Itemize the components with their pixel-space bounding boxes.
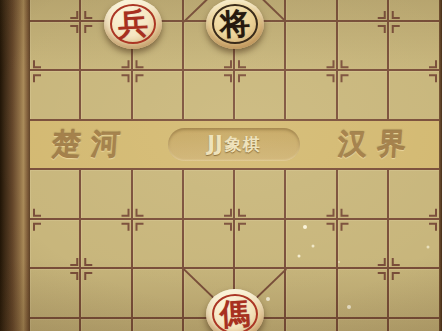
board-cell xyxy=(81,269,132,318)
board-cell xyxy=(286,319,337,331)
piece-red-horse[interactable]: 傌 xyxy=(206,289,264,331)
board-cell xyxy=(133,220,184,269)
board-cell xyxy=(235,71,286,120)
board-cell xyxy=(389,319,440,331)
xiangqi-board[interactable]: 楚河 JJ 象棋 汉界 兵将傌 xyxy=(0,0,442,331)
board-cell xyxy=(389,71,440,120)
board-cell xyxy=(30,220,81,269)
board-cell xyxy=(81,220,132,269)
piece-black-general[interactable]: 将 xyxy=(206,0,264,49)
piece-glyph: 将 xyxy=(205,0,266,50)
board-cell xyxy=(30,170,81,219)
board-cell xyxy=(30,269,81,318)
board-cell xyxy=(286,220,337,269)
board-cell xyxy=(81,319,132,331)
board-cell xyxy=(184,170,235,219)
app-logo-pill: JJ 象棋 xyxy=(168,128,300,161)
board-cell xyxy=(30,71,81,120)
board-cell xyxy=(286,22,337,71)
piece-red-soldier[interactable]: 兵 xyxy=(104,0,162,49)
board-cell xyxy=(338,170,389,219)
board-cell xyxy=(286,269,337,318)
board-cell xyxy=(30,22,81,71)
board-cell xyxy=(338,22,389,71)
board-cell xyxy=(338,269,389,318)
board-cell xyxy=(389,269,440,318)
river-label-chuhe: 楚河 xyxy=(51,130,131,159)
board-cell xyxy=(133,269,184,318)
logo-xiangqi-text: 象棋 xyxy=(225,136,261,153)
board-cell xyxy=(81,170,132,219)
board-cell xyxy=(286,170,337,219)
river-band: 楚河 JJ 象棋 汉界 xyxy=(30,121,440,168)
piece-glyph: 兵 xyxy=(102,0,163,50)
board-cell xyxy=(338,0,389,22)
board-cell xyxy=(389,170,440,219)
board-cell xyxy=(30,319,81,331)
board-cell xyxy=(338,71,389,120)
river-label-hanjie: 汉界 xyxy=(337,130,417,159)
board-cell xyxy=(133,170,184,219)
board-cell xyxy=(133,319,184,331)
board-cell xyxy=(184,220,235,269)
board-cell xyxy=(286,0,337,22)
board-cell xyxy=(133,71,184,120)
logo-jj-text: JJ xyxy=(207,134,223,155)
board-cell xyxy=(235,220,286,269)
board-frame-left xyxy=(0,0,30,331)
board-cell xyxy=(81,71,132,120)
board-cell xyxy=(389,0,440,22)
board-cell xyxy=(184,71,235,120)
board-cell xyxy=(389,220,440,269)
board-cell xyxy=(338,319,389,331)
board-cell xyxy=(30,0,81,22)
piece-glyph: 傌 xyxy=(205,287,266,331)
board-cell xyxy=(235,170,286,219)
board-cell xyxy=(338,220,389,269)
board-cell xyxy=(389,22,440,71)
board-cell xyxy=(286,71,337,120)
